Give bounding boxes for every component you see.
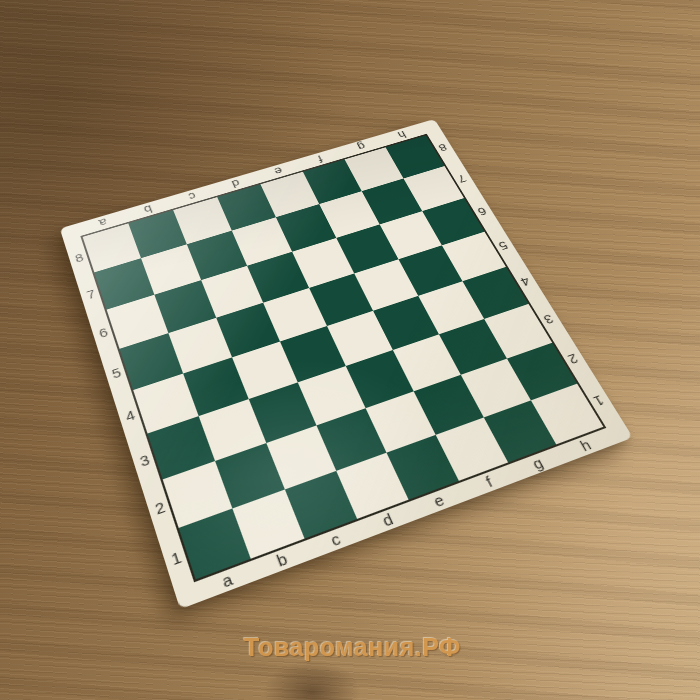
wood-table-surface: abcdefgh abcdefgh 87654321 87654321 Това… bbox=[0, 0, 700, 700]
vinyl-chessboard-sheet: abcdefgh abcdefgh 87654321 87654321 bbox=[60, 119, 633, 609]
board-shadow-layer: abcdefgh abcdefgh 87654321 87654321 bbox=[0, 0, 700, 700]
watermark-text: Товаромания.РФ bbox=[244, 633, 461, 662]
